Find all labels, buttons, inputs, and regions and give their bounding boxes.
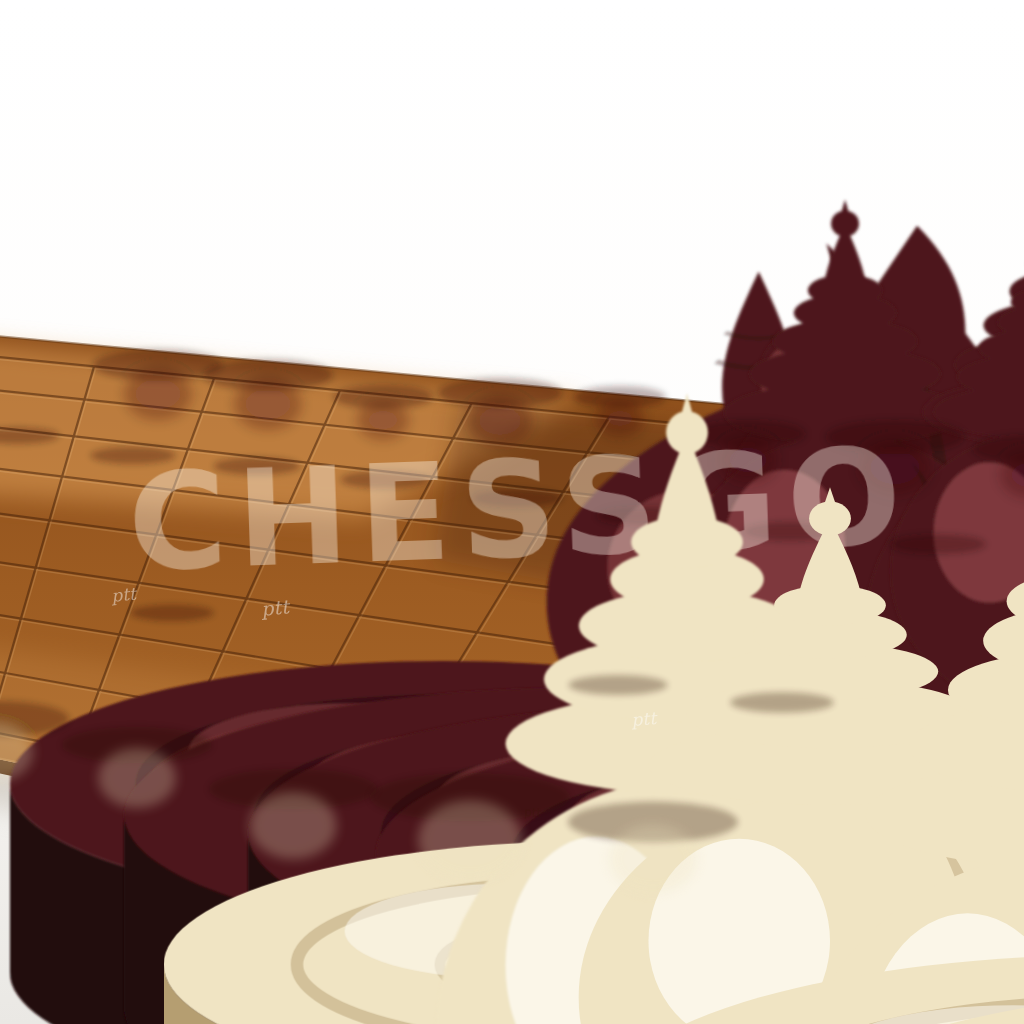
board-stamp: ptt	[524, 805, 542, 820]
photo-page: CHESSGO ptt ptt ptt ptt	[0, 0, 1024, 1024]
makruk-set-photo: CHESSGO ptt ptt ptt ptt	[0, 0, 1024, 1024]
watermark-text: CHESSGO	[126, 418, 914, 601]
ptt-logo-engraving: ptt	[259, 595, 292, 620]
ptt-logo-engraving: ptt	[630, 708, 659, 730]
ptt-logo-engraving: ptt	[109, 583, 139, 606]
